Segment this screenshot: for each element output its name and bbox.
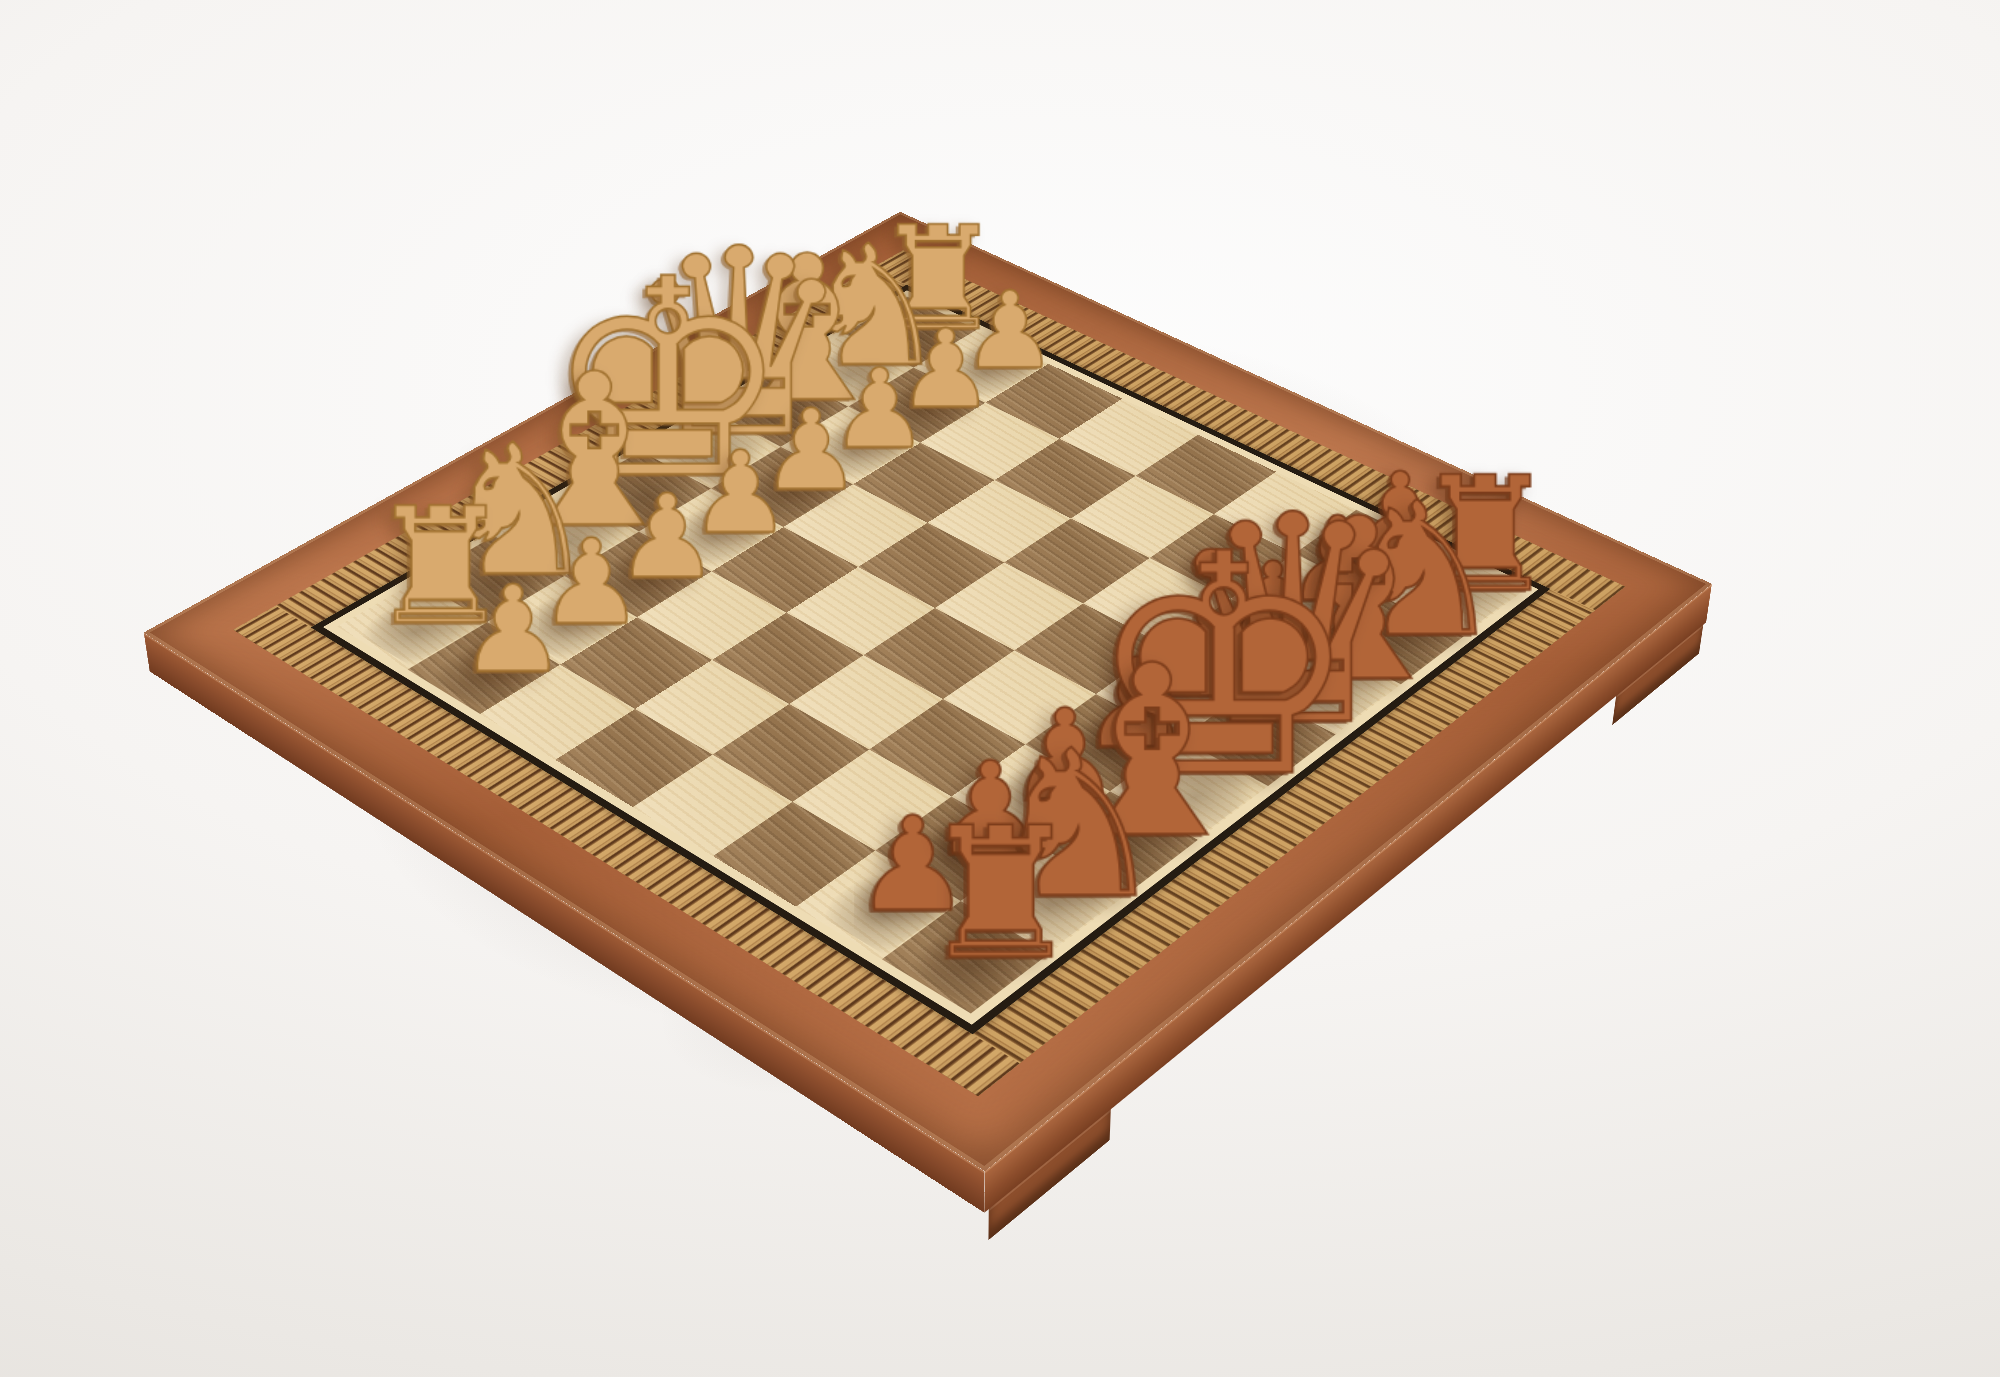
piece-white-pawn[interactable]: ♟ (459, 574, 566, 684)
board-frame: ♜♞♝♚♛♝♞♜♟♟♟♟♟♟♟♟♟♟♟♟♟♟♟♟♜♞♝♚♛♝♞♜ (144, 212, 1712, 1171)
inlay-line: ♜♞♝♚♛♝♞♜♟♟♟♟♟♟♟♟♟♟♟♟♟♟♟♟♜♞♝♚♛♝♞♜ (311, 285, 1550, 1034)
chess-board: ♜♞♝♚♛♝♞♜♟♟♟♟♟♟♟♟♟♟♟♟♟♟♟♟♜♞♝♚♛♝♞♜ (144, 212, 1712, 1171)
studio-background: ♜♞♝♚♛♝♞♜♟♟♟♟♟♟♟♟♟♟♟♟♟♟♟♟♜♞♝♚♛♝♞♜ (0, 0, 2000, 1377)
piece-black-rook[interactable]: ♜ (920, 811, 1082, 978)
scene: ♜♞♝♚♛♝♞♜♟♟♟♟♟♟♟♟♟♟♟♟♟♟♟♟♜♞♝♚♛♝♞♜ (380, 53, 1490, 1163)
zebrawood-border: ♜♞♝♚♛♝♞♜♟♟♟♟♟♟♟♟♟♟♟♟♟♟♟♟♜♞♝♚♛♝♞♜ (233, 250, 1625, 1096)
square-e4[interactable] (786, 567, 935, 655)
